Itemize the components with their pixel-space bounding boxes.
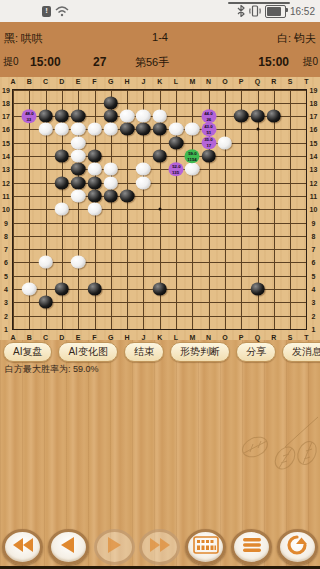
black-stone (87, 283, 102, 296)
coord-label-bottom: J (141, 333, 145, 340)
black-stone (71, 163, 86, 176)
coord-label-top: G (108, 78, 113, 85)
ai-suggestion-badge[interactable]: 48.033 (22, 109, 37, 123)
toolbar-button-1[interactable]: AI复盘 (3, 342, 52, 362)
black-stone (55, 110, 70, 123)
coord-label-bottom: O (222, 333, 227, 340)
coord-label-right: 8 (312, 232, 316, 239)
coord-label-left: 18 (2, 99, 10, 106)
black-clock: 15:00 (30, 55, 61, 69)
coord-label-left: 5 (4, 272, 8, 279)
black-stone (38, 110, 53, 123)
black-stone (55, 150, 70, 163)
star-point (256, 208, 259, 211)
black-stone (71, 110, 86, 123)
black-stone (136, 123, 151, 136)
game-header: 黑: 哄哄 1-4 白: 钧夫 提0 15:00 27 第56手 15:00 提… (0, 22, 320, 77)
coord-label-top: S (288, 78, 293, 85)
coord-label-bottom: C (43, 333, 48, 340)
wifi-icon (55, 5, 69, 17)
coord-label-left: 7 (4, 246, 8, 253)
white-stone (38, 256, 53, 269)
black-stone (250, 283, 265, 296)
white-stone (185, 163, 200, 176)
coord-label-left: 4 (4, 286, 8, 293)
coord-label-right: 2 (312, 312, 316, 319)
keyboard-button[interactable] (185, 529, 226, 565)
coord-label-left: 2 (4, 312, 8, 319)
coord-label-bottom: M (189, 333, 195, 340)
coord-label-right: 17 (310, 113, 318, 120)
white-stone (71, 150, 86, 163)
coord-label-left: 13 (2, 166, 10, 173)
star-point (256, 128, 259, 131)
black-stone (169, 136, 184, 149)
black-stone (267, 110, 282, 123)
rewind-icon (11, 535, 35, 559)
coord-label-bottom: R (271, 333, 276, 340)
coord-label-right: 18 (310, 99, 318, 106)
white-stone (104, 123, 119, 136)
coord-label-top: C (43, 78, 48, 85)
black-stone (152, 283, 167, 296)
fast-forward-icon (148, 535, 172, 559)
black-stone (104, 189, 119, 202)
leaf-watermark (225, 415, 320, 485)
white-stone (87, 203, 102, 216)
coord-label-left: 14 (2, 153, 10, 160)
coord-label-left: 17 (2, 113, 10, 120)
coord-label-left: 6 (4, 259, 8, 266)
black-stone (152, 123, 167, 136)
white-stone (104, 163, 119, 176)
white-clock: 15:00 (258, 55, 289, 69)
coord-label-left: 3 (4, 299, 8, 306)
coord-label-top: A (10, 78, 15, 85)
coord-label-top: N (206, 78, 211, 85)
white-stone (185, 123, 200, 136)
coord-label-right: 3 (312, 299, 316, 306)
coord-label-right: 10 (310, 206, 318, 213)
white-captures: 提0 (302, 55, 318, 69)
toolbar: AI复盘AI变化图结束形势判断分享发消息 (3, 342, 320, 362)
white-stone (152, 110, 167, 123)
coord-label-left: 9 (4, 219, 8, 226)
black-captures: 提0 (3, 55, 19, 69)
coord-label-bottom: A (10, 333, 15, 340)
byoyomi-counter: 27 (93, 55, 106, 69)
toolbar-button-6[interactable]: 发消息 (282, 342, 320, 362)
black-stone (120, 189, 135, 202)
bluetooth-icon (237, 5, 245, 17)
coord-label-bottom: D (59, 333, 64, 340)
coord-label-top: E (76, 78, 81, 85)
coord-label-top: K (157, 78, 162, 85)
coord-label-top: R (271, 78, 276, 85)
ai-suggestion-badge[interactable]: 52.0135 (169, 163, 184, 177)
black-stone (55, 176, 70, 189)
black-stone (38, 296, 53, 309)
keyboard-icon (193, 536, 219, 558)
white-player-name: 白: 钧夫 (277, 31, 316, 46)
ai-suggestion-badge[interactable]: 35.017 (201, 136, 216, 150)
white-stone (104, 176, 119, 189)
white-stone (71, 189, 86, 202)
coord-label-left: 1 (4, 325, 8, 332)
bottom-nav (0, 529, 320, 565)
white-stone (87, 163, 102, 176)
step-back-button[interactable] (48, 529, 89, 565)
toolbar-button-4[interactable]: 形势判断 (170, 342, 230, 362)
coord-label-top: T (304, 78, 308, 85)
black-stone (104, 96, 119, 109)
coord-label-right: 14 (310, 153, 318, 160)
winrate-text: 白方最大胜率为: 59.0% (5, 363, 99, 376)
coord-label-top: H (125, 78, 130, 85)
white-stone (136, 176, 151, 189)
coord-label-right: 16 (310, 126, 318, 133)
coord-label-top: O (222, 78, 227, 85)
coord-label-right: 6 (312, 259, 316, 266)
coord-label-right: 7 (312, 246, 316, 253)
coord-label-bottom: H (125, 333, 130, 340)
vibrate-icon (249, 5, 261, 17)
coord-label-left: 10 (2, 206, 10, 213)
black-stone (87, 150, 102, 163)
coord-label-bottom: L (174, 333, 178, 340)
coord-label-right: 5 (312, 272, 316, 279)
toolbar-button-3[interactable]: 结束 (124, 342, 164, 362)
black-stone (234, 110, 249, 123)
coord-label-bottom: T (304, 333, 308, 340)
coord-label-left: 15 (2, 139, 10, 146)
white-stone (169, 123, 184, 136)
redo-icon (285, 534, 309, 560)
coord-label-right: 1 (312, 325, 316, 332)
ai-suggestion-badge[interactable]: 43.051 (201, 123, 216, 137)
play-icon (105, 535, 123, 559)
coord-label-bottom: K (157, 333, 162, 340)
redo-button[interactable] (277, 529, 318, 565)
white-stone (218, 136, 233, 149)
coord-label-bottom: P (239, 333, 244, 340)
coord-label-left: 12 (2, 179, 10, 186)
white-stone (71, 123, 86, 136)
black-stone (87, 189, 102, 202)
ai-suggestion-badge[interactable]: 59.01154 (185, 149, 200, 163)
game-round-label: 1-4 (0, 31, 320, 43)
fast-forward-button (139, 529, 180, 565)
coord-label-left: 16 (2, 126, 10, 133)
black-stone (201, 150, 216, 163)
coord-label-right: 13 (310, 166, 318, 173)
coord-label-right: 12 (310, 179, 318, 186)
coord-label-top: M (189, 78, 195, 85)
coord-label-right: 11 (310, 192, 317, 199)
coord-label-bottom: F (92, 333, 96, 340)
coord-label-top: L (174, 78, 178, 85)
white-stone (22, 283, 37, 296)
white-stone (55, 123, 70, 136)
coord-label-top: Q (255, 78, 260, 85)
coord-label-top: F (92, 78, 96, 85)
coord-label-right: 4 (312, 286, 316, 293)
coord-label-bottom: B (27, 333, 32, 340)
black-stone (55, 283, 70, 296)
move-number-label: 第56手 (135, 55, 169, 70)
step-back-icon (59, 535, 77, 559)
status-time: 16:52 (290, 6, 315, 17)
rewind-button[interactable] (2, 529, 43, 565)
coord-label-left: 11 (2, 192, 9, 199)
toolbar-button-5[interactable]: 分享 (236, 342, 276, 362)
white-stone (120, 110, 135, 123)
white-stone (87, 123, 102, 136)
white-stone (55, 203, 70, 216)
black-stone (104, 110, 119, 123)
coord-label-left: 8 (4, 232, 8, 239)
white-stone (38, 123, 53, 136)
coord-label-bottom: E (76, 333, 81, 340)
white-stone (136, 163, 151, 176)
go-board[interactable]: AABBCCDDEEFFGGHHJJKKLLMMNNOOPPQQRRSSTT19… (0, 77, 320, 340)
sim-alert-icon: ! (42, 6, 51, 17)
black-stone (152, 150, 167, 163)
coord-label-bottom: N (206, 333, 211, 340)
coord-label-top: D (59, 78, 64, 85)
coord-label-bottom: Q (255, 333, 260, 340)
white-stone (136, 110, 151, 123)
play-button (94, 529, 135, 565)
status-bar: ! 16:52 (0, 0, 320, 22)
coord-label-bottom: G (108, 333, 113, 340)
coord-label-top: P (239, 78, 244, 85)
black-stone (87, 176, 102, 189)
ai-suggestion-badge[interactable]: 44.026 (201, 109, 216, 123)
menu-icon (241, 536, 263, 558)
white-stone (71, 136, 86, 149)
white-stone (71, 256, 86, 269)
coord-label-right: 9 (312, 219, 316, 226)
star-point (158, 208, 161, 211)
coord-label-right: 19 (310, 86, 318, 93)
coord-label-right: 15 (310, 139, 318, 146)
toolbar-button-2[interactable]: AI变化图 (58, 342, 117, 362)
black-stone (71, 176, 86, 189)
coord-label-top: B (27, 78, 32, 85)
coord-label-top: J (141, 78, 145, 85)
black-stone (120, 123, 135, 136)
battery-icon (265, 5, 286, 18)
menu-button[interactable] (231, 529, 272, 565)
coord-label-left: 19 (2, 86, 10, 93)
coord-label-bottom: S (288, 333, 293, 340)
black-stone (250, 110, 265, 123)
